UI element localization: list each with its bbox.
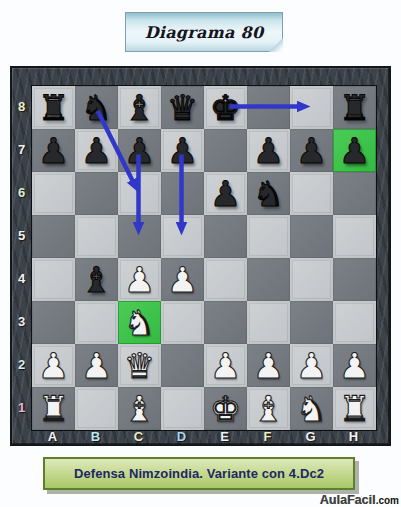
white-pawn-a2[interactable]: ♟ — [32, 344, 75, 387]
square-a2[interactable]: ♟ — [32, 344, 75, 387]
square-d4[interactable]: ♟ — [161, 258, 204, 301]
diagram-title: Diagrama 80 — [145, 23, 264, 42]
square-c6[interactable] — [118, 172, 161, 215]
square-b1[interactable] — [75, 387, 118, 430]
square-d2[interactable] — [161, 344, 204, 387]
square-c5[interactable] — [118, 215, 161, 258]
square-g2[interactable]: ♟ — [290, 344, 333, 387]
rank-label-6: 6 — [12, 171, 31, 214]
square-b6[interactable] — [75, 172, 118, 215]
file-label-f: F — [246, 430, 289, 445]
square-e3[interactable] — [204, 301, 247, 344]
square-c2[interactable]: ♛ — [118, 344, 161, 387]
square-a1[interactable]: ♜ — [32, 387, 75, 430]
square-e2[interactable]: ♟ — [204, 344, 247, 387]
chess-board: ♜♞♝♛♚♜♟♟♟♟♟♟♟♟♞♝♟♟♞♟♟♛♟♟♟♟♜♝♚♝♞♜ — [31, 85, 377, 431]
square-h5[interactable] — [333, 215, 376, 258]
white-pawn-g2[interactable]: ♟ — [290, 344, 333, 387]
square-c7[interactable]: ♟ — [118, 129, 161, 172]
square-e4[interactable] — [204, 258, 247, 301]
square-d3[interactable] — [161, 301, 204, 344]
square-g4[interactable] — [290, 258, 333, 301]
black-knight-f6[interactable]: ♞ — [247, 172, 290, 215]
square-g3[interactable] — [290, 301, 333, 344]
file-label-d: D — [160, 430, 203, 445]
square-d1[interactable] — [161, 387, 204, 430]
black-pawn-g7[interactable]: ♟ — [290, 129, 333, 172]
square-b3[interactable] — [75, 301, 118, 344]
square-h2[interactable]: ♟ — [333, 344, 376, 387]
caption-text: Defensa Nimzoindia. Variante con 4.Dc2 — [74, 466, 324, 481]
square-f4[interactable] — [247, 258, 290, 301]
square-d6[interactable] — [161, 172, 204, 215]
square-b5[interactable] — [75, 215, 118, 258]
black-pawn-b7[interactable]: ♟ — [75, 129, 118, 172]
file-label-g: G — [289, 430, 332, 445]
square-e7[interactable] — [204, 129, 247, 172]
black-knight-b8[interactable]: ♞ — [75, 86, 118, 129]
file-label-h: H — [332, 430, 375, 445]
square-h3[interactable] — [333, 301, 376, 344]
square-f6[interactable]: ♞ — [247, 172, 290, 215]
square-g8[interactable] — [290, 86, 333, 129]
square-e8[interactable]: ♚ — [204, 86, 247, 129]
white-pawn-h2[interactable]: ♟ — [333, 344, 376, 387]
black-pawn-h7[interactable]: ♟ — [333, 129, 376, 172]
square-a7[interactable]: ♟ — [32, 129, 75, 172]
white-knight-c3[interactable]: ♞ — [118, 301, 161, 344]
diagram-title-box: Diagrama 80 — [125, 12, 283, 52]
square-a6[interactable] — [32, 172, 75, 215]
rank-label-5: 5 — [12, 214, 31, 257]
square-c8[interactable]: ♝ — [118, 86, 161, 129]
square-f2[interactable]: ♟ — [247, 344, 290, 387]
square-f3[interactable] — [247, 301, 290, 344]
white-king-e1[interactable]: ♚ — [204, 387, 247, 430]
white-bishop-f1[interactable]: ♝ — [247, 387, 290, 430]
file-label-c: C — [117, 430, 160, 445]
file-label-a: A — [31, 430, 74, 445]
rank-label-7: 7 — [12, 128, 31, 171]
black-king-e8[interactable]: ♚ — [204, 86, 247, 129]
square-g7[interactable]: ♟ — [290, 129, 333, 172]
white-pawn-e2[interactable]: ♟ — [204, 344, 247, 387]
square-b4[interactable]: ♝ — [75, 258, 118, 301]
black-rook-a8[interactable]: ♜ — [32, 86, 75, 129]
square-h8[interactable]: ♜ — [333, 86, 376, 129]
black-pawn-e6[interactable]: ♟ — [204, 172, 247, 215]
white-knight-g1[interactable]: ♞ — [290, 387, 333, 430]
rank-label-1: 1 — [12, 386, 31, 429]
black-queen-d8[interactable]: ♛ — [161, 86, 204, 129]
square-d5[interactable] — [161, 215, 204, 258]
black-rook-h8[interactable]: ♜ — [333, 86, 376, 129]
black-bishop-c8[interactable]: ♝ — [118, 86, 161, 129]
white-bishop-c1[interactable]: ♝ — [118, 387, 161, 430]
square-b8[interactable]: ♞ — [75, 86, 118, 129]
square-a5[interactable] — [32, 215, 75, 258]
square-h7[interactable]: ♟ — [333, 129, 376, 172]
square-d7[interactable]: ♟ — [161, 129, 204, 172]
chess-board-frame: ♜♞♝♛♚♜♟♟♟♟♟♟♟♟♞♝♟♟♞♟♟♛♟♟♟♟♜♝♚♝♞♜ 8765432… — [10, 66, 391, 446]
square-b2[interactable]: ♟ — [75, 344, 118, 387]
white-pawn-b2[interactable]: ♟ — [75, 344, 118, 387]
black-pawn-d7[interactable]: ♟ — [161, 129, 204, 172]
black-bishop-b4[interactable]: ♝ — [75, 258, 118, 301]
square-g5[interactable] — [290, 215, 333, 258]
rank-label-2: 2 — [12, 343, 31, 386]
square-f8[interactable] — [247, 86, 290, 129]
watermark: AulaFacil.com — [320, 490, 399, 507]
square-c3[interactable]: ♞ — [118, 301, 161, 344]
square-a8[interactable]: ♜ — [32, 86, 75, 129]
black-pawn-c7[interactable]: ♟ — [118, 129, 161, 172]
rank-label-8: 8 — [12, 85, 31, 128]
black-pawn-f7[interactable]: ♟ — [247, 129, 290, 172]
square-c1[interactable]: ♝ — [118, 387, 161, 430]
square-g1[interactable]: ♞ — [290, 387, 333, 430]
white-queen-c2[interactable]: ♛ — [118, 344, 161, 387]
square-a3[interactable] — [32, 301, 75, 344]
white-pawn-d4[interactable]: ♟ — [161, 258, 204, 301]
square-d8[interactable]: ♛ — [161, 86, 204, 129]
white-rook-a1[interactable]: ♜ — [32, 387, 75, 430]
black-pawn-a7[interactable]: ♟ — [32, 129, 75, 172]
caption-box: Defensa Nimzoindia. Variante con 4.Dc2 — [43, 457, 355, 490]
square-h4[interactable] — [333, 258, 376, 301]
white-rook-h1[interactable]: ♜ — [333, 387, 376, 430]
rank-label-4: 4 — [12, 257, 31, 300]
white-pawn-f2[interactable]: ♟ — [247, 344, 290, 387]
square-f7[interactable]: ♟ — [247, 129, 290, 172]
file-label-b: B — [74, 430, 117, 445]
white-pawn-c4[interactable]: ♟ — [118, 258, 161, 301]
square-b7[interactable]: ♟ — [75, 129, 118, 172]
watermark-brand: AulaFacil — [320, 493, 376, 507]
watermark-tld: .com — [376, 495, 399, 506]
square-e5[interactable] — [204, 215, 247, 258]
square-e6[interactable]: ♟ — [204, 172, 247, 215]
square-g6[interactable] — [290, 172, 333, 215]
square-f1[interactable]: ♝ — [247, 387, 290, 430]
square-h1[interactable]: ♜ — [333, 387, 376, 430]
square-c4[interactable]: ♟ — [118, 258, 161, 301]
file-label-e: E — [203, 430, 246, 445]
square-h6[interactable] — [333, 172, 376, 215]
rank-label-3: 3 — [12, 300, 31, 343]
square-f5[interactable] — [247, 215, 290, 258]
square-a4[interactable] — [32, 258, 75, 301]
square-e1[interactable]: ♚ — [204, 387, 247, 430]
